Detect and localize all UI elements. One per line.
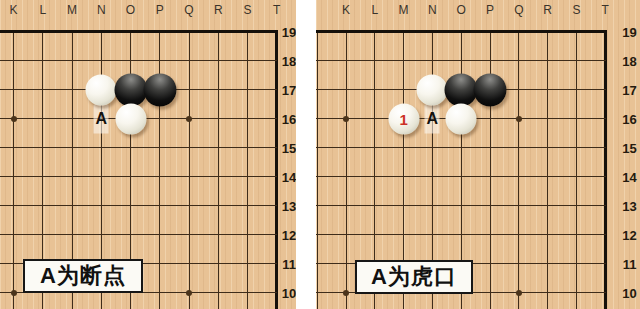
row-label: 16 xyxy=(282,112,296,125)
white-stone xyxy=(115,103,146,134)
column-label: T xyxy=(602,4,609,16)
grid-line-vertical xyxy=(576,32,577,309)
star-point xyxy=(343,116,349,122)
column-label: L xyxy=(39,4,46,16)
white-stone xyxy=(417,74,448,105)
column-label: K xyxy=(342,4,350,16)
column-label: S xyxy=(572,4,580,16)
star-point xyxy=(11,290,17,296)
grid-line-vertical xyxy=(218,32,219,309)
row-label: 16 xyxy=(622,112,636,125)
star-point xyxy=(343,290,349,296)
column-label: O xyxy=(126,4,135,16)
star-point xyxy=(11,116,17,122)
column-label: Q xyxy=(514,4,523,16)
grid-line-horizontal xyxy=(0,60,277,61)
point-label-a: A xyxy=(95,111,107,127)
row-label: 18 xyxy=(622,54,636,67)
grid-line-horizontal xyxy=(0,205,277,206)
row-label: 13 xyxy=(622,199,636,212)
row-label: 14 xyxy=(282,170,296,183)
grid-line-horizontal xyxy=(0,234,277,235)
row-label: 12 xyxy=(622,228,636,241)
black-stone xyxy=(474,73,507,106)
right-caption: A为虎口 xyxy=(355,260,473,294)
row-label: 10 xyxy=(622,286,636,299)
grid-line-vertical xyxy=(189,32,190,309)
column-label: P xyxy=(156,4,164,16)
board-edge-line-top xyxy=(316,30,607,33)
grid-line-vertical xyxy=(13,32,14,309)
grid-line-vertical xyxy=(518,32,519,309)
board-edge-line-top xyxy=(0,30,278,33)
column-label: T xyxy=(273,4,280,16)
row-label: 18 xyxy=(282,54,296,67)
row-label: 17 xyxy=(282,83,296,96)
column-label: Q xyxy=(184,4,193,16)
row-label: 13 xyxy=(282,199,296,212)
row-label: 14 xyxy=(622,170,636,183)
column-label: S xyxy=(243,4,251,16)
point-label-a: A xyxy=(427,111,439,127)
grid-line-horizontal xyxy=(316,176,606,177)
move-number: 1 xyxy=(399,111,407,126)
column-label: M xyxy=(67,4,77,16)
row-label: 11 xyxy=(282,257,296,270)
board-edge-line-right xyxy=(275,30,278,309)
row-label: 15 xyxy=(282,141,296,154)
row-label: 19 xyxy=(282,25,296,38)
star-point xyxy=(186,116,192,122)
black-stone xyxy=(114,73,147,106)
grid-line-horizontal xyxy=(316,147,606,148)
left-caption: A为断点 xyxy=(23,259,143,293)
grid-line-vertical xyxy=(317,32,318,309)
star-point xyxy=(186,290,192,296)
grid-line-horizontal xyxy=(0,176,277,177)
go-lesson-diagram: KLMNOPQRST19181716151413121110A KLMNOPQR… xyxy=(0,0,640,309)
white-stone xyxy=(86,74,117,105)
row-label: 12 xyxy=(282,228,296,241)
column-label: R xyxy=(214,4,223,16)
row-label: 15 xyxy=(622,141,636,154)
column-label: R xyxy=(543,4,552,16)
black-stone xyxy=(143,73,176,106)
column-label: O xyxy=(457,4,466,16)
column-label: K xyxy=(9,4,17,16)
row-label: 11 xyxy=(623,257,637,270)
column-label: P xyxy=(486,4,494,16)
grid-line-vertical xyxy=(346,32,347,309)
column-label: N xyxy=(428,4,437,16)
grid-line-vertical xyxy=(247,32,248,309)
grid-line-horizontal xyxy=(0,147,277,148)
white-stone xyxy=(446,103,477,134)
row-label: 17 xyxy=(622,83,636,96)
star-point xyxy=(516,290,522,296)
column-label: N xyxy=(97,4,106,16)
row-label: 10 xyxy=(282,286,296,299)
row-label: 19 xyxy=(622,25,636,38)
grid-line-horizontal xyxy=(316,234,606,235)
column-label: L xyxy=(371,4,378,16)
board-edge-line-right xyxy=(604,30,607,309)
star-point xyxy=(516,116,522,122)
grid-line-horizontal xyxy=(316,205,606,206)
grid-line-vertical xyxy=(547,32,548,309)
column-label: M xyxy=(399,4,409,16)
grid-line-horizontal xyxy=(316,60,606,61)
